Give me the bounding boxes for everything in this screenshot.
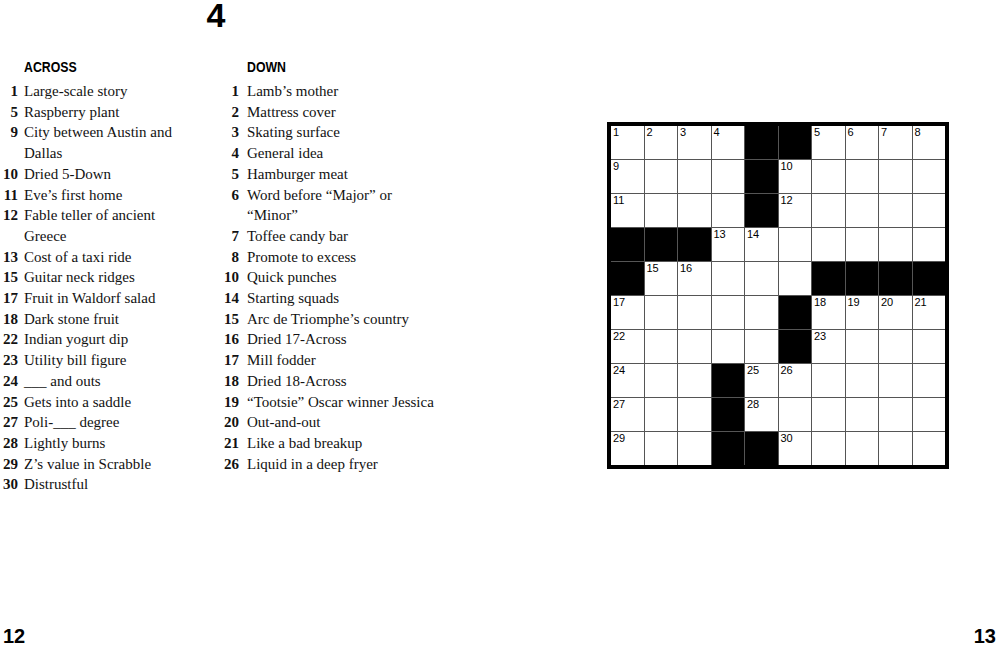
grid-cell[interactable]: 3 bbox=[678, 126, 711, 159]
clue-number: 26 bbox=[222, 454, 239, 475]
cell-number: 16 bbox=[680, 263, 692, 274]
clue-number: 20 bbox=[222, 412, 239, 433]
clue-number: 18 bbox=[222, 371, 239, 392]
cell-number: 21 bbox=[915, 297, 927, 308]
clue-number: 15 bbox=[222, 309, 239, 330]
cell-number: 30 bbox=[781, 433, 793, 444]
clue-across-5: 5Raspberry plant bbox=[2, 102, 207, 123]
clue-text: Liquid in a deep fryer bbox=[247, 454, 437, 475]
clue-across-15: 15Guitar neck ridges bbox=[2, 267, 207, 288]
grid-cell[interactable]: 9 bbox=[611, 160, 644, 193]
clue-text: Poli-___ degree bbox=[24, 412, 196, 433]
grid-cell[interactable] bbox=[812, 364, 845, 397]
grid-cell[interactable] bbox=[678, 160, 711, 193]
clue-number: 8 bbox=[222, 247, 239, 268]
down-clue-column: DOWN 1Lamb’s mother2Mattress cover3Skati… bbox=[222, 58, 444, 474]
clue-down-8: 8Promote to excess bbox=[222, 247, 444, 268]
cell-number: 1 bbox=[613, 127, 619, 138]
clue-number: 29 bbox=[2, 454, 18, 475]
cell-number: 12 bbox=[781, 195, 793, 206]
cell-number: 24 bbox=[613, 365, 625, 376]
clue-text: Guitar neck ridges bbox=[24, 267, 196, 288]
clue-text: Skating surface bbox=[247, 122, 437, 143]
grid-cell[interactable] bbox=[846, 228, 879, 261]
grid-cell-block bbox=[812, 262, 845, 295]
grid-cell[interactable]: 12 bbox=[779, 194, 812, 227]
grid-cell[interactable] bbox=[645, 194, 678, 227]
grid-cell[interactable]: 6 bbox=[846, 126, 879, 159]
grid-cell[interactable] bbox=[745, 330, 778, 363]
grid-cell-block bbox=[779, 296, 812, 329]
grid-cell[interactable] bbox=[846, 432, 879, 465]
cell-number: 27 bbox=[613, 399, 625, 410]
clue-across-10: 10Dried 5-Down bbox=[2, 164, 207, 185]
clue-text: Dark stone fruit bbox=[24, 309, 196, 330]
clue-across-25: 25Gets into a saddle bbox=[2, 392, 207, 413]
clue-text: ___ and outs bbox=[24, 371, 196, 392]
clue-number: 27 bbox=[2, 412, 18, 433]
cell-number: 15 bbox=[647, 263, 659, 274]
clue-across-9: 9City between Austin and Dallas bbox=[2, 122, 207, 163]
across-clue-column: ACROSS 1Large-scale story5Raspberry plan… bbox=[2, 58, 207, 495]
clue-across-23: 23Utility bill figure bbox=[2, 350, 207, 371]
clue-text: Toffee candy bar bbox=[247, 226, 437, 247]
clue-across-29: 29Z’s value in Scrabble bbox=[2, 454, 207, 475]
cell-number: 10 bbox=[781, 161, 793, 172]
clue-across-18: 18Dark stone fruit bbox=[2, 309, 207, 330]
cell-number: 5 bbox=[814, 127, 820, 138]
clue-down-20: 20Out-and-out bbox=[222, 412, 444, 433]
grid-cell[interactable]: 26 bbox=[779, 364, 812, 397]
grid-cell[interactable]: 21 bbox=[913, 296, 946, 329]
cell-number: 23 bbox=[814, 331, 826, 342]
clue-text: “Tootsie” Oscar winner Jessica bbox=[247, 392, 437, 413]
clue-text: Fruit in Waldorf salad bbox=[24, 288, 196, 309]
grid-cell[interactable]: 23 bbox=[812, 330, 845, 363]
grid-cell[interactable] bbox=[879, 194, 912, 227]
clue-text: Lightly burns bbox=[24, 433, 196, 454]
cell-number: 29 bbox=[613, 433, 625, 444]
grid-cell[interactable] bbox=[645, 330, 678, 363]
clue-text: Raspberry plant bbox=[24, 102, 196, 123]
clue-down-15: 15Arc de Triomphe’s country bbox=[222, 309, 444, 330]
clue-number: 3 bbox=[222, 122, 239, 143]
grid-cell[interactable]: 27 bbox=[611, 398, 644, 431]
clue-across-27: 27Poli-___ degree bbox=[2, 412, 207, 433]
clue-number: 22 bbox=[2, 329, 18, 350]
grid-cell[interactable] bbox=[745, 262, 778, 295]
grid-cell[interactable]: 8 bbox=[913, 126, 946, 159]
clue-text: Utility bill figure bbox=[24, 350, 196, 371]
clue-number: 5 bbox=[2, 102, 18, 123]
clue-across-12: 12Fable teller of ancient Greece bbox=[2, 205, 207, 246]
clue-text: Word before “Major” or “Minor” bbox=[247, 185, 437, 226]
grid-cell-block bbox=[745, 160, 778, 193]
grid-cell[interactable] bbox=[879, 364, 912, 397]
clue-across-17: 17Fruit in Waldorf salad bbox=[2, 288, 207, 309]
clue-down-16: 16Dried 17-Across bbox=[222, 329, 444, 350]
grid-cell[interactable] bbox=[712, 330, 745, 363]
grid-cell[interactable]: 2 bbox=[645, 126, 678, 159]
grid-cell[interactable] bbox=[913, 194, 946, 227]
clue-text: Eve’s first home bbox=[24, 185, 196, 206]
grid-cell[interactable] bbox=[678, 330, 711, 363]
cell-number: 4 bbox=[714, 127, 720, 138]
grid-cell[interactable]: 25 bbox=[745, 364, 778, 397]
clue-number: 10 bbox=[2, 164, 18, 185]
clue-down-2: 2Mattress cover bbox=[222, 102, 444, 123]
across-clue-list: 1Large-scale story5Raspberry plant9City … bbox=[2, 81, 207, 495]
clue-down-14: 14Starting squads bbox=[222, 288, 444, 309]
grid-cell-block bbox=[611, 262, 644, 295]
clue-across-24: 24___ and outs bbox=[2, 371, 207, 392]
clue-number: 7 bbox=[222, 226, 239, 247]
grid-cell[interactable] bbox=[645, 364, 678, 397]
grid-cell[interactable]: 16 bbox=[678, 262, 711, 295]
clue-down-21: 21Like a bad breakup bbox=[222, 433, 444, 454]
clue-down-3: 3Skating surface bbox=[222, 122, 444, 143]
grid-cell[interactable] bbox=[712, 296, 745, 329]
clue-number: 24 bbox=[2, 371, 18, 392]
grid-cell[interactable] bbox=[645, 160, 678, 193]
clue-text: Like a bad breakup bbox=[247, 433, 437, 454]
clue-text: City between Austin and Dallas bbox=[24, 122, 196, 163]
clue-text: Dried 17-Across bbox=[247, 329, 437, 350]
grid-cell[interactable] bbox=[846, 398, 879, 431]
grid-cell-block bbox=[645, 228, 678, 261]
grid-cell[interactable] bbox=[645, 432, 678, 465]
grid-cell[interactable]: 20 bbox=[879, 296, 912, 329]
clue-number: 10 bbox=[222, 267, 239, 288]
grid-cell-block bbox=[712, 432, 745, 465]
clue-number: 21 bbox=[222, 433, 239, 454]
clue-down-7: 7Toffee candy bar bbox=[222, 226, 444, 247]
clue-down-5: 5Hamburger meat bbox=[222, 164, 444, 185]
grid-cell[interactable]: 10 bbox=[779, 160, 812, 193]
clue-number: 28 bbox=[2, 433, 18, 454]
clue-number: 17 bbox=[2, 288, 18, 309]
grid-cell[interactable]: 19 bbox=[846, 296, 879, 329]
cell-number: 11 bbox=[613, 195, 624, 206]
cell-number: 6 bbox=[848, 127, 854, 138]
grid-cell[interactable] bbox=[879, 330, 912, 363]
clue-text: Dried 5-Down bbox=[24, 164, 196, 185]
grid-cell[interactable] bbox=[678, 296, 711, 329]
clue-across-1: 1Large-scale story bbox=[2, 81, 207, 102]
grid-cell-block bbox=[745, 126, 778, 159]
grid-cell[interactable]: 18 bbox=[812, 296, 845, 329]
clue-number: 30 bbox=[2, 474, 18, 495]
grid-cell[interactable] bbox=[879, 398, 912, 431]
down-clue-list: 1Lamb’s mother2Mattress cover3Skating su… bbox=[222, 81, 444, 474]
grid-cell-block bbox=[745, 432, 778, 465]
grid-cell[interactable] bbox=[846, 364, 879, 397]
clue-text: Out-and-out bbox=[247, 412, 437, 433]
clue-down-17: 17Mill fodder bbox=[222, 350, 444, 371]
cell-number: 14 bbox=[747, 229, 759, 240]
clue-across-28: 28Lightly burns bbox=[2, 433, 207, 454]
clue-number: 19 bbox=[222, 392, 239, 413]
grid-cell[interactable] bbox=[678, 194, 711, 227]
clue-number: 16 bbox=[222, 329, 239, 350]
grid-cell[interactable] bbox=[812, 228, 845, 261]
clue-down-4: 4General idea bbox=[222, 143, 444, 164]
grid-cell[interactable]: 17 bbox=[611, 296, 644, 329]
clue-text: Large-scale story bbox=[24, 81, 196, 102]
cell-number: 22 bbox=[613, 331, 625, 342]
grid-cell[interactable] bbox=[846, 194, 879, 227]
clue-text: Cost of a taxi ride bbox=[24, 247, 196, 268]
grid-cell[interactable] bbox=[913, 330, 946, 363]
grid-cell[interactable] bbox=[678, 432, 711, 465]
clue-number: 14 bbox=[222, 288, 239, 309]
clue-text: Fable teller of ancient Greece bbox=[24, 205, 196, 246]
clue-number: 13 bbox=[2, 247, 18, 268]
clue-number: 15 bbox=[2, 267, 18, 288]
grid-cell-block bbox=[846, 262, 879, 295]
grid-cell[interactable]: 30 bbox=[779, 432, 812, 465]
clue-number: 25 bbox=[2, 392, 18, 413]
grid-cell[interactable] bbox=[879, 160, 912, 193]
clue-text: Quick punches bbox=[247, 267, 437, 288]
grid-cell[interactable] bbox=[779, 398, 812, 431]
grid-cell[interactable]: 22 bbox=[611, 330, 644, 363]
clue-down-26: 26Liquid in a deep fryer bbox=[222, 454, 444, 475]
grid-cell[interactable] bbox=[678, 398, 711, 431]
clue-text: Hamburger meat bbox=[247, 164, 437, 185]
grid-cell[interactable] bbox=[812, 398, 845, 431]
clue-down-10: 10Quick punches bbox=[222, 267, 444, 288]
clue-number: 1 bbox=[2, 81, 18, 102]
clue-text: Promote to excess bbox=[247, 247, 437, 268]
grid-cell[interactable]: 29 bbox=[611, 432, 644, 465]
grid-cell[interactable] bbox=[913, 432, 946, 465]
clue-number: 18 bbox=[2, 309, 18, 330]
page-number-right: 13 bbox=[936, 625, 996, 648]
grid-cell[interactable]: 24 bbox=[611, 364, 644, 397]
clue-across-13: 13Cost of a taxi ride bbox=[2, 247, 207, 268]
cell-number: 18 bbox=[814, 297, 826, 308]
grid-cell[interactable] bbox=[913, 160, 946, 193]
clue-down-6: 6Word before “Major” or “Minor” bbox=[222, 185, 444, 226]
cell-number: 20 bbox=[881, 297, 893, 308]
cell-number: 28 bbox=[747, 399, 759, 410]
grid-cell-block bbox=[779, 126, 812, 159]
cell-number: 19 bbox=[848, 297, 860, 308]
clue-down-18: 18Dried 18-Across bbox=[222, 371, 444, 392]
grid-cell[interactable] bbox=[812, 194, 845, 227]
cell-number: 13 bbox=[714, 229, 726, 240]
grid-cell[interactable] bbox=[846, 330, 879, 363]
cell-number: 25 bbox=[747, 365, 759, 376]
cell-number: 2 bbox=[647, 127, 653, 138]
grid-cell-block bbox=[879, 262, 912, 295]
clue-text: Arc de Triomphe’s country bbox=[247, 309, 437, 330]
crossword-grid: 1234567891011121314151617181920212223242… bbox=[607, 122, 949, 469]
grid-cell[interactable] bbox=[712, 262, 745, 295]
clue-text: Z’s value in Scrabble bbox=[24, 454, 196, 475]
grid-cell[interactable] bbox=[913, 228, 946, 261]
clue-number: 4 bbox=[222, 143, 239, 164]
grid-cell[interactable] bbox=[779, 228, 812, 261]
clue-number: 9 bbox=[2, 122, 18, 143]
clue-text: Indian yogurt dip bbox=[24, 329, 196, 350]
grid-cell[interactable] bbox=[879, 228, 912, 261]
cell-number: 9 bbox=[613, 161, 619, 172]
clue-text: Mill fodder bbox=[247, 350, 437, 371]
grid-cell[interactable]: 15 bbox=[645, 262, 678, 295]
cell-number: 3 bbox=[680, 127, 686, 138]
clue-text: Mattress cover bbox=[247, 102, 437, 123]
grid-cell[interactable] bbox=[913, 364, 946, 397]
cell-number: 17 bbox=[613, 297, 625, 308]
clue-text: Gets into a saddle bbox=[24, 392, 196, 413]
clue-text: Lamb’s mother bbox=[247, 81, 437, 102]
grid-cell-block bbox=[745, 194, 778, 227]
clue-text: Dried 18-Across bbox=[247, 371, 437, 392]
grid-cell[interactable] bbox=[812, 160, 845, 193]
grid-cell[interactable] bbox=[645, 398, 678, 431]
grid-cell-block bbox=[779, 330, 812, 363]
clue-down-19: 19“Tootsie” Oscar winner Jessica bbox=[222, 392, 444, 413]
grid-cell-block bbox=[678, 228, 711, 261]
clue-across-22: 22Indian yogurt dip bbox=[2, 329, 207, 350]
grid-cell[interactable] bbox=[645, 296, 678, 329]
clue-number: 1 bbox=[222, 81, 239, 102]
clue-across-11: 11Eve’s first home bbox=[2, 185, 207, 206]
clue-number: 11 bbox=[2, 185, 18, 206]
grid-cell-block bbox=[712, 398, 745, 431]
clue-text: General idea bbox=[247, 143, 437, 164]
grid-cell[interactable]: 1 bbox=[611, 126, 644, 159]
grid-cell[interactable] bbox=[745, 296, 778, 329]
cell-number: 8 bbox=[915, 127, 921, 138]
grid-cell[interactable] bbox=[913, 398, 946, 431]
grid-cell[interactable] bbox=[712, 194, 745, 227]
puzzle-number-title: 4 bbox=[192, 0, 240, 35]
grid-cell[interactable]: 4 bbox=[712, 126, 745, 159]
grid-cell[interactable]: 7 bbox=[879, 126, 912, 159]
grid-cell[interactable] bbox=[779, 262, 812, 295]
grid-cell[interactable]: 13 bbox=[712, 228, 745, 261]
down-header: DOWN bbox=[247, 59, 286, 75]
clue-text: Distrustful bbox=[24, 474, 196, 495]
clue-down-1: 1Lamb’s mother bbox=[222, 81, 444, 102]
clue-number: 12 bbox=[2, 205, 18, 226]
grid-cell-block bbox=[913, 262, 946, 295]
cell-number: 26 bbox=[781, 365, 793, 376]
clue-number: 2 bbox=[222, 102, 239, 123]
grid-cell[interactable] bbox=[712, 160, 745, 193]
grid-cell-block bbox=[712, 364, 745, 397]
clue-number: 23 bbox=[2, 350, 18, 371]
across-header: ACROSS bbox=[24, 59, 77, 75]
clue-number: 6 bbox=[222, 185, 239, 206]
grid-cell-block bbox=[611, 228, 644, 261]
grid-cell[interactable]: 11 bbox=[611, 194, 644, 227]
cell-number: 7 bbox=[881, 127, 887, 138]
grid-cell[interactable] bbox=[812, 432, 845, 465]
clue-number: 17 bbox=[222, 350, 239, 371]
clue-text: Starting squads bbox=[247, 288, 437, 309]
grid-cell[interactable] bbox=[879, 432, 912, 465]
grid-cell[interactable] bbox=[678, 364, 711, 397]
grid-cell[interactable]: 14 bbox=[745, 228, 778, 261]
grid-cell[interactable]: 5 bbox=[812, 126, 845, 159]
clue-number: 5 bbox=[222, 164, 239, 185]
clue-across-30: 30Distrustful bbox=[2, 474, 207, 495]
grid-cell[interactable]: 28 bbox=[745, 398, 778, 431]
page-number-left: 12 bbox=[3, 625, 25, 648]
grid-cell[interactable] bbox=[846, 160, 879, 193]
